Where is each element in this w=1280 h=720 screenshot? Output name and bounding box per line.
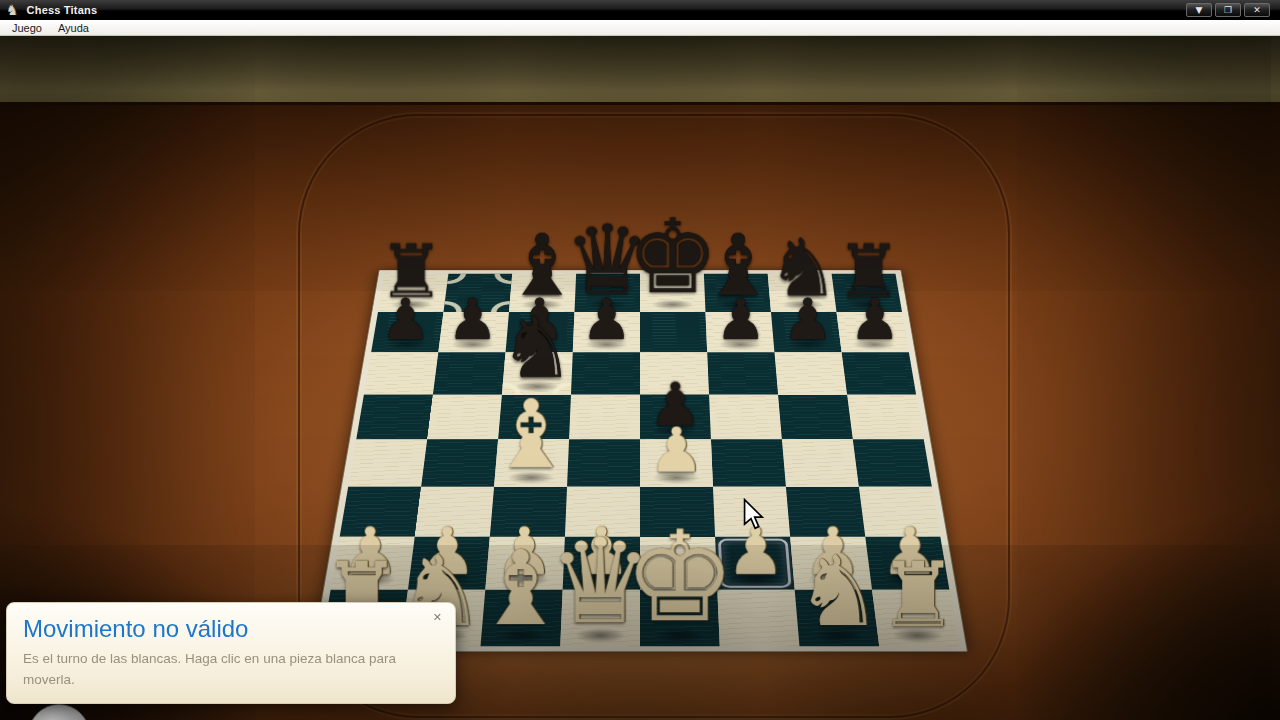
square-a7[interactable]: ♟ (371, 312, 443, 352)
title-bar: ♞ Chess Titans ▼ ❐ ✕ (0, 0, 1280, 20)
square-a5[interactable] (356, 395, 433, 440)
square-h4[interactable] (853, 439, 932, 486)
square-g6[interactable] (774, 352, 847, 394)
square-g7[interactable]: ♟ (771, 312, 842, 352)
square-g4[interactable] (782, 439, 859, 486)
menu-juego[interactable]: Juego (4, 20, 50, 36)
square-h6[interactable] (842, 352, 916, 394)
window-controls: ▼ ❐ ✕ (1186, 3, 1280, 17)
square-a4[interactable] (348, 439, 427, 486)
chess-board: ♜♝♛♚♝♞♜♟♟♟♟♟♟♟♞♟♝♟♟♟♟♟♟♟♟♜♞♝♛♚♞♜ (321, 274, 959, 647)
window-title: Chess Titans (27, 4, 98, 16)
square-e1[interactable]: ♚ (640, 590, 720, 646)
mouse-cursor (742, 498, 764, 534)
notification-body: Es el turno de las blancas. Haga clic en… (23, 649, 437, 691)
piece-white-knight-g1[interactable]: ♞ (795, 543, 882, 640)
notification-title: Movimiento no válido (23, 615, 437, 643)
piece-white-pawn-e4[interactable]: ♟ (649, 420, 704, 482)
menu-ayuda[interactable]: Ayuda (50, 20, 97, 36)
piece-white-bishop-c4[interactable]: ♝ (488, 387, 573, 482)
piece-black-pawn-h7[interactable]: ♟ (849, 291, 900, 348)
piece-black-pawn-g7[interactable]: ♟ (782, 291, 833, 348)
square-h5[interactable] (847, 395, 924, 440)
menu-bar: Juego Ayuda (0, 20, 1280, 36)
square-d6[interactable] (571, 352, 640, 394)
square-b4[interactable] (421, 439, 498, 486)
square-f5[interactable] (709, 395, 782, 440)
board-frame: ♜♝♛♚♝♞♜♟♟♟♟♟♟♟♞♟♝♟♟♟♟♟♟♟♟♜♞♝♛♚♞♜ (312, 270, 968, 652)
piece-black-pawn-b7[interactable]: ♟ (447, 291, 498, 348)
piece-black-pawn-d7[interactable]: ♟ (581, 291, 632, 348)
notification-close-icon[interactable]: ✕ (433, 612, 442, 623)
close-button[interactable]: ✕ (1244, 3, 1270, 17)
square-d7[interactable]: ♟ (573, 312, 640, 352)
square-f4[interactable] (711, 439, 786, 486)
square-g1[interactable]: ♞ (795, 590, 880, 646)
square-h1[interactable]: ♜ (872, 590, 959, 646)
piece-white-rook-h1[interactable]: ♜ (878, 551, 958, 640)
piece-black-pawn-f7[interactable]: ♟ (715, 291, 766, 348)
square-d5[interactable] (569, 395, 640, 440)
square-e8[interactable]: ♚ (640, 274, 706, 312)
square-e7[interactable] (640, 312, 707, 352)
invalid-move-notification: ✕ Movimiento no válido Es el turno de la… (6, 602, 456, 704)
piece-black-pawn-a7[interactable]: ♟ (380, 291, 431, 348)
square-e4[interactable]: ♟ (640, 439, 713, 486)
chess-titans-window: ♞ Chess Titans ▼ ❐ ✕ Juego Ayuda ♜♝♛♚♝♞♜… (0, 0, 1280, 720)
square-h7[interactable]: ♟ (837, 312, 909, 352)
square-g5[interactable] (778, 395, 853, 440)
square-c4[interactable]: ♝ (494, 439, 569, 486)
square-d4[interactable] (567, 439, 640, 486)
chess-board-3d: ♜♝♛♚♝♞♜♟♟♟♟♟♟♟♞♟♝♟♟♟♟♟♟♟♟♜♞♝♛♚♞♜ (312, 270, 968, 652)
restore-button[interactable]: ❐ (1215, 3, 1241, 17)
piece-black-knight-c6[interactable]: ♞ (499, 306, 575, 390)
square-f7[interactable]: ♟ (706, 312, 775, 352)
piece-white-king-e1[interactable]: ♚ (624, 515, 736, 640)
knight-icon: ♞ (6, 3, 19, 17)
square-a6[interactable] (364, 352, 438, 394)
square-f6[interactable] (707, 352, 778, 394)
minimize-button[interactable]: ▼ (1186, 3, 1212, 17)
